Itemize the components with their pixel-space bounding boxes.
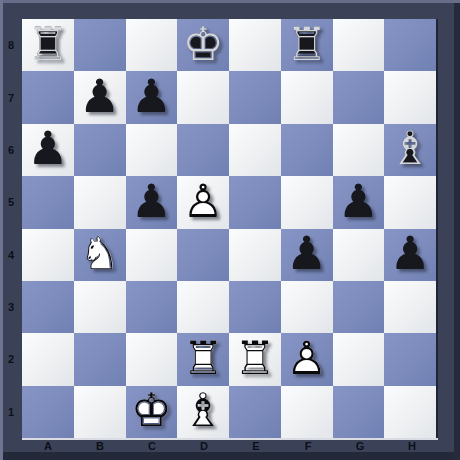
black-pawn-glyph: ♟ [22,124,74,176]
square-f4[interactable]: ♟♙ [281,229,333,281]
file-label-d: D [178,439,230,453]
piece-black-bishop[interactable]: ♝♗ [384,124,436,176]
piece-black-rook[interactable]: ♜♖ [22,19,74,71]
piece-black-pawn[interactable]: ♟♙ [333,176,385,228]
square-h6[interactable]: ♝♗ [384,124,436,176]
rank-label-8: 8 [2,19,20,71]
square-c5[interactable]: ♟♙ [126,176,178,228]
rank-label-2: 2 [2,333,20,385]
square-d2[interactable]: ♜♖ [177,333,229,385]
piece-white-rook[interactable]: ♜♖ [177,333,229,385]
square-b2[interactable] [74,333,126,385]
square-e5[interactable] [229,176,281,228]
piece-black-pawn[interactable]: ♟♙ [126,176,178,228]
rank-label-7: 7 [2,71,20,123]
piece-black-rook[interactable]: ♜♖ [281,19,333,71]
piece-white-pawn[interactable]: ♟♙ [281,333,333,385]
file-label-b: B [74,439,126,453]
square-h3[interactable] [384,281,436,333]
square-f5[interactable] [281,176,333,228]
square-f8[interactable]: ♜♖ [281,19,333,71]
white-pawn-outline-glyph: ♙ [177,176,229,228]
square-g8[interactable] [333,19,385,71]
white-king-outline-glyph: ♔ [126,386,178,438]
square-c8[interactable] [126,19,178,71]
rank-label-6: 6 [2,124,20,176]
white-rook-outline-glyph: ♖ [177,333,229,385]
piece-black-pawn[interactable]: ♟♙ [74,71,126,123]
square-a1[interactable] [22,386,74,438]
square-g5[interactable]: ♟♙ [333,176,385,228]
square-e6[interactable] [229,124,281,176]
piece-black-pawn[interactable]: ♟♙ [384,229,436,281]
square-h8[interactable] [384,19,436,71]
square-a4[interactable] [22,229,74,281]
square-a5[interactable] [22,176,74,228]
square-d7[interactable] [177,71,229,123]
white-bishop-outline-glyph: ♗ [177,386,229,438]
black-rook-outline-glyph: ♖ [281,19,333,71]
square-h4[interactable]: ♟♙ [384,229,436,281]
black-pawn-glyph: ♟ [333,176,385,228]
black-pawn-glyph: ♟ [126,71,178,123]
square-d6[interactable] [177,124,229,176]
square-a7[interactable] [22,71,74,123]
black-pawn-glyph: ♟ [74,71,126,123]
black-pawn-glyph: ♟ [384,229,436,281]
piece-black-pawn[interactable]: ♟♙ [22,124,74,176]
square-g2[interactable] [333,333,385,385]
piece-black-pawn[interactable]: ♟♙ [126,71,178,123]
piece-white-rook[interactable]: ♜♖ [229,333,281,385]
square-e8[interactable] [229,19,281,71]
square-b8[interactable] [74,19,126,71]
chessboard-frame: ♜♖♚♔♜♖♟♙♟♙♟♙♝♗♟♙♟♙♟♙♞♘♟♙♟♙♜♖♜♖♟♙♚♔♝♗ 876… [0,0,460,460]
square-a2[interactable] [22,333,74,385]
square-g7[interactable] [333,71,385,123]
square-f3[interactable] [281,281,333,333]
square-c6[interactable] [126,124,178,176]
piece-black-king[interactable]: ♚♔ [177,19,229,71]
square-d3[interactable] [177,281,229,333]
piece-white-pawn[interactable]: ♟♙ [177,176,229,228]
square-c7[interactable]: ♟♙ [126,71,178,123]
square-c1[interactable]: ♚♔ [126,386,178,438]
file-label-c: C [126,439,178,453]
square-f7[interactable] [281,71,333,123]
rank-label-5: 5 [2,176,20,228]
black-pawn-glyph: ♟ [126,176,178,228]
black-bishop-outline-glyph: ♗ [384,124,436,176]
board: ♜♖♚♔♜♖♟♙♟♙♟♙♝♗♟♙♟♙♟♙♞♘♟♙♟♙♜♖♜♖♟♙♚♔♝♗ [22,19,438,438]
square-b7[interactable]: ♟♙ [74,71,126,123]
square-g4[interactable] [333,229,385,281]
rank-label-3: 3 [2,281,20,333]
square-d5[interactable]: ♟♙ [177,176,229,228]
square-h7[interactable] [384,71,436,123]
square-g3[interactable] [333,281,385,333]
square-f6[interactable] [281,124,333,176]
rank-label-1: 1 [2,386,20,438]
square-e2[interactable]: ♜♖ [229,333,281,385]
file-label-g: G [334,439,386,453]
square-a8[interactable]: ♜♖ [22,19,74,71]
piece-white-king[interactable]: ♚♔ [126,386,178,438]
piece-white-knight[interactable]: ♞♘ [74,229,126,281]
square-h5[interactable] [384,176,436,228]
square-e3[interactable] [229,281,281,333]
square-f1[interactable] [281,386,333,438]
square-c2[interactable] [126,333,178,385]
file-label-e: E [230,439,282,453]
square-b5[interactable] [74,176,126,228]
rank-label-4: 4 [2,229,20,281]
square-c4[interactable] [126,229,178,281]
white-pawn-outline-glyph: ♙ [281,333,333,385]
square-h2[interactable] [384,333,436,385]
square-e4[interactable] [229,229,281,281]
square-b6[interactable] [74,124,126,176]
piece-white-bishop[interactable]: ♝♗ [177,386,229,438]
file-label-h: H [386,439,438,453]
piece-black-pawn[interactable]: ♟♙ [281,229,333,281]
square-c3[interactable] [126,281,178,333]
white-knight-outline-glyph: ♘ [74,229,126,281]
black-rook-outline-glyph: ♖ [22,19,74,71]
square-b1[interactable] [74,386,126,438]
square-d8[interactable]: ♚♔ [177,19,229,71]
square-d1[interactable]: ♝♗ [177,386,229,438]
square-g1[interactable] [333,386,385,438]
square-b3[interactable] [74,281,126,333]
square-b4[interactable]: ♞♘ [74,229,126,281]
square-e1[interactable] [229,386,281,438]
file-label-f: F [282,439,334,453]
black-king-outline-glyph: ♔ [177,19,229,71]
white-rook-outline-glyph: ♖ [229,333,281,385]
file-label-a: A [22,439,74,453]
square-a3[interactable] [22,281,74,333]
square-e7[interactable] [229,71,281,123]
square-a6[interactable]: ♟♙ [22,124,74,176]
square-f2[interactable]: ♟♙ [281,333,333,385]
square-d4[interactable] [177,229,229,281]
black-pawn-glyph: ♟ [281,229,333,281]
square-g6[interactable] [333,124,385,176]
square-h1[interactable] [384,386,436,438]
